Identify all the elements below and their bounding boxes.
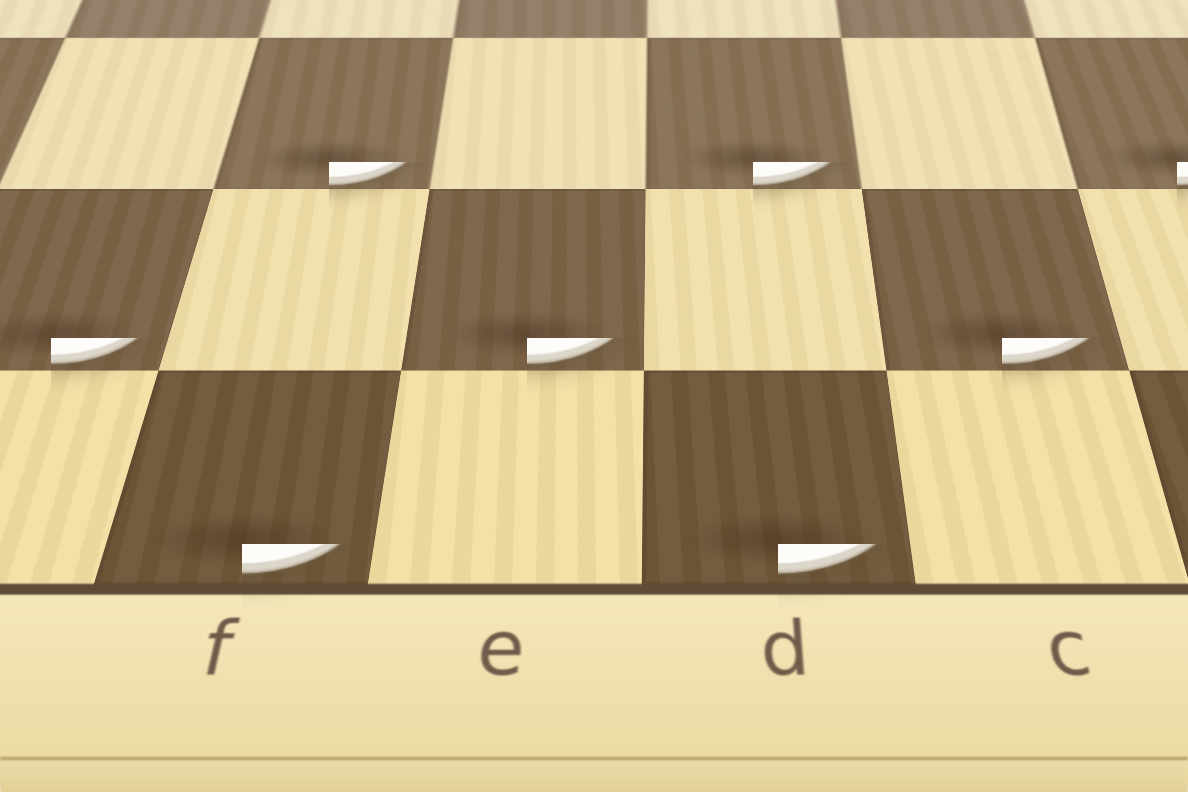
white-man-glyph: ● bbox=[1166, 374, 1188, 544]
square-e2[interactable]: ● bbox=[403, 190, 647, 372]
file-label-e: e bbox=[474, 611, 527, 686]
white-man-glyph: ● bbox=[0, 27, 22, 162]
white-man-glyph: ● bbox=[94, 374, 390, 544]
rank-1-row: ●●●● bbox=[0, 372, 1188, 584]
checkers-board[interactable]: ●●●●●●●●●●●●●●●●●●●●●●●●hgfedcba bbox=[0, 0, 1188, 762]
white-man-glyph: ● bbox=[636, 27, 870, 162]
board-front-edge bbox=[0, 757, 1188, 792]
photo-stage: ●●●●●●●●●●●●●●●●●●●●●●●●hgfedcba bbox=[0, 0, 1188, 792]
file-label-strip: hgfedcba bbox=[0, 595, 1188, 687]
square-b1[interactable]: ● bbox=[1131, 372, 1188, 584]
square-e1[interactable] bbox=[370, 372, 646, 584]
white-man-glyph: ● bbox=[395, 186, 658, 337]
white-man-glyph: ● bbox=[630, 374, 926, 544]
square-f1[interactable]: ● bbox=[96, 372, 403, 584]
square-d1[interactable]: ● bbox=[644, 372, 918, 584]
white-man-glyph: ● bbox=[1060, 27, 1188, 162]
white-man-glyph: ● bbox=[212, 27, 446, 162]
perspective-scene: ●●●●●●●●●●●●●●●●●●●●●●●●hgfedcba bbox=[0, 0, 1188, 792]
file-label-f: f bbox=[195, 611, 239, 686]
rank-4-row bbox=[0, 0, 1188, 39]
file-label-d: d bbox=[758, 611, 812, 686]
square-d3[interactable]: ● bbox=[647, 39, 863, 190]
file-label-c: c bbox=[1040, 611, 1098, 686]
square-c1[interactable] bbox=[888, 372, 1188, 584]
white-man-glyph: ● bbox=[871, 186, 1134, 337]
square-e4[interactable] bbox=[454, 0, 649, 39]
white-man-glyph: ● bbox=[0, 186, 183, 337]
